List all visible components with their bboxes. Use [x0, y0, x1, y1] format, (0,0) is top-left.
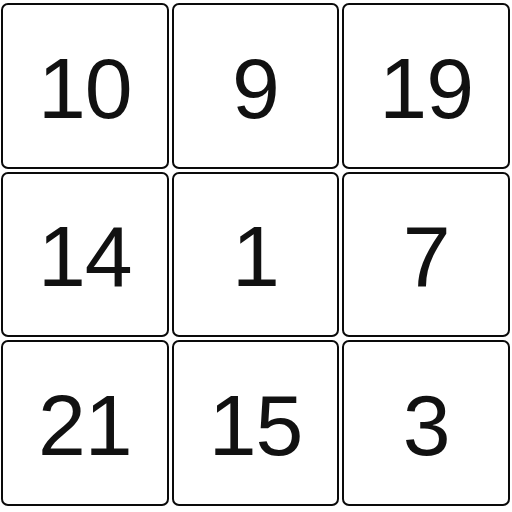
tile-number: 7	[403, 213, 450, 299]
tile-number: 9	[232, 45, 279, 131]
tile-number: 3	[403, 382, 450, 468]
tile-number: 15	[209, 382, 303, 468]
tile-r3c1[interactable]: 21	[1, 340, 169, 506]
tile-r2c1[interactable]: 14	[1, 172, 169, 338]
tile-number: 19	[379, 45, 473, 131]
tile-r3c2[interactable]: 15	[172, 340, 340, 506]
tile-r1c3[interactable]: 19	[342, 3, 510, 169]
tile-r2c3[interactable]: 7	[342, 172, 510, 338]
tile-r2c2[interactable]: 1	[172, 172, 340, 338]
tile-r1c2[interactable]: 9	[172, 3, 340, 169]
tile-r1c1[interactable]: 10	[1, 3, 169, 169]
tile-number: 14	[38, 213, 132, 299]
tile-number: 1	[232, 213, 279, 299]
tile-number: 21	[38, 382, 132, 468]
tile-r3c3[interactable]: 3	[342, 340, 510, 506]
tile-number: 10	[38, 45, 132, 131]
number-grid-board: 10 9 19 14 1 7 21 15 3	[0, 0, 512, 512]
